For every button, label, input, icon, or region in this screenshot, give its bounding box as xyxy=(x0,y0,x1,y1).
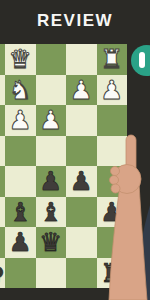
board-square[interactable] xyxy=(66,44,97,75)
review-bubble-icon xyxy=(139,52,145,68)
board-square[interactable] xyxy=(36,136,67,167)
knuckle-shape xyxy=(111,167,120,176)
board-square[interactable]: ♟ xyxy=(97,75,128,106)
board-square[interactable] xyxy=(36,44,67,75)
board-square[interactable]: ♟ xyxy=(5,227,36,258)
chess-piece: ♞ xyxy=(5,75,36,106)
board-square[interactable] xyxy=(66,258,97,289)
board-square[interactable]: ♟ xyxy=(36,166,67,197)
chess-piece: ♟ xyxy=(36,166,67,197)
chess-piece: ♟ xyxy=(36,105,67,136)
board-square[interactable] xyxy=(36,258,67,289)
board-square[interactable]: ♝ xyxy=(5,197,36,228)
forearm-shape xyxy=(109,178,147,300)
chess-piece: ♛ xyxy=(5,44,36,75)
board-square[interactable]: ♟ xyxy=(66,166,97,197)
board-square[interactable]: ♛ xyxy=(36,227,67,258)
board-square[interactable]: ♝ xyxy=(36,197,67,228)
knuckle-shape xyxy=(111,184,120,193)
board-square[interactable]: ♟ xyxy=(5,105,36,136)
board-square[interactable]: ♟ xyxy=(36,105,67,136)
board-square[interactable] xyxy=(5,136,36,167)
board-square[interactable]: ♛ xyxy=(5,44,36,75)
board-square[interactable] xyxy=(66,197,97,228)
board-square[interactable] xyxy=(66,105,97,136)
chess-piece: ♟ xyxy=(66,75,97,106)
knuckle-shape xyxy=(110,176,119,185)
chess-piece: ♟ xyxy=(5,105,36,136)
board-square[interactable] xyxy=(36,75,67,106)
board-square[interactable]: ♞ xyxy=(5,75,36,106)
board-square[interactable]: ♟ xyxy=(66,75,97,106)
chess-piece: ♟ xyxy=(5,227,36,258)
chess-piece: ♛ xyxy=(36,227,67,258)
review-badge xyxy=(131,45,150,76)
pointing-hand-illustration xyxy=(95,125,150,300)
page-title: REVIEW xyxy=(0,11,150,31)
chess-piece: ♟ xyxy=(66,166,97,197)
chess-piece: ♟ xyxy=(97,75,128,106)
board-square[interactable] xyxy=(66,227,97,258)
chess-piece: ♝ xyxy=(36,197,67,228)
board-square[interactable]: ♜ xyxy=(97,44,128,75)
chess-piece: ♝ xyxy=(5,197,36,228)
chess-piece: ♜ xyxy=(97,44,128,75)
board-square[interactable] xyxy=(5,166,36,197)
board-square[interactable] xyxy=(5,258,36,289)
review-screen: REVIEW ♛♜♞♟♟♟♟♟♟♝♝♟♟♛♚♜ xyxy=(0,0,150,300)
board-square[interactable] xyxy=(66,136,97,167)
